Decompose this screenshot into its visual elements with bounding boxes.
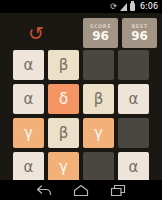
status-time: 6:06 [140,3,158,11]
sync-icon: ⟳ [110,3,117,11]
back-icon [36,184,52,197]
status-bar: ⟳ 6:06 [0,0,162,13]
signal-icon [120,3,127,11]
tile-r2c3: β [83,84,114,114]
tile-r3c2: β [48,118,79,148]
tile-r3c4 [118,118,149,148]
app-screen: ⟳ 6:06 ↺ SCORE 96 BEST 96 α β α δ β α γ … [0,0,162,200]
tile-r4c4: α [118,152,149,182]
recents-icon [110,184,126,197]
back-button[interactable] [36,184,52,197]
tile-r2c2: δ [48,84,79,114]
tile-r3c3: γ [83,118,114,148]
tile-r4c2: γ [48,152,79,182]
best-value: 96 [131,30,148,43]
best-box: BEST 96 [122,18,157,48]
home-icon [73,184,89,197]
tile-r3c1: γ [13,118,44,148]
header: ↺ SCORE 96 BEST 96 [0,13,162,49]
tile-r2c1: α [13,84,44,114]
tile-r1c1: α [13,50,44,80]
tile-r1c2: β [48,50,79,80]
recents-button[interactable] [110,184,126,197]
score-box: SCORE 96 [83,18,118,48]
game-board[interactable]: α β α δ β α γ β γ α γ α [13,50,149,182]
tile-r4c3 [83,152,114,182]
home-button[interactable] [73,184,89,197]
restart-button[interactable]: ↺ [28,24,44,43]
score-value: 96 [92,30,109,43]
tile-r2c4: α [118,84,149,114]
tile-r1c3 [83,50,114,80]
tile-r1c4 [118,50,149,80]
tile-r4c1: α [13,152,44,182]
battery-icon [130,3,135,11]
nav-bar [0,180,162,200]
